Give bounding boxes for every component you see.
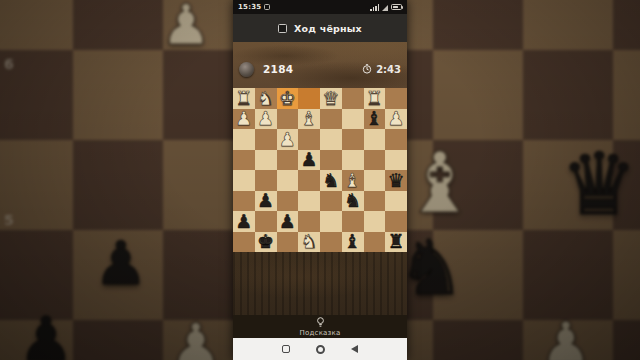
board-square-g3[interactable] <box>255 129 277 150</box>
board-square-c7[interactable] <box>342 211 364 232</box>
board-square-a3[interactable] <box>385 129 407 150</box>
board-square-h3[interactable] <box>233 129 255 150</box>
board-square-d3[interactable] <box>320 129 342 150</box>
board-square-h8[interactable] <box>233 232 255 253</box>
chess-app-window: 15:35 Ход чёрных 2184 <box>233 0 407 360</box>
board-square-c4[interactable] <box>342 150 364 171</box>
board-square-g7[interactable] <box>255 211 277 232</box>
board-square-e7[interactable] <box>298 211 320 232</box>
back-icon[interactable] <box>351 345 358 353</box>
status-bar: 15:35 <box>233 0 407 14</box>
board-square-d1[interactable]: ♛ <box>320 88 342 109</box>
clock-icon <box>362 64 372 74</box>
white-rook-piece: ♜ <box>235 89 252 108</box>
board-square-f4[interactable] <box>277 150 299 171</box>
board-square-e8[interactable]: ♞ <box>298 232 320 253</box>
black-queen-piece: ♛ <box>388 171 405 190</box>
turn-label: Ход чёрных <box>294 23 362 34</box>
board-square-g8[interactable]: ♚ <box>255 232 277 253</box>
board-square-b8[interactable] <box>364 232 386 253</box>
app-indicator-icon <box>264 4 270 10</box>
board-square-c6[interactable]: ♞ <box>342 191 364 212</box>
clock-time: 2:43 <box>376 64 401 75</box>
board-square-d8[interactable] <box>320 232 342 253</box>
board-square-f2[interactable] <box>277 109 299 130</box>
board-square-g5[interactable] <box>255 170 277 191</box>
player-row: 2184 2:43 <box>233 50 407 88</box>
board-square-b1[interactable]: ♜ <box>364 88 386 109</box>
avatar[interactable] <box>239 62 254 77</box>
white-king-piece: ♚ <box>279 89 296 108</box>
white-queen-piece: ♛ <box>322 89 339 108</box>
board-square-g4[interactable] <box>255 150 277 171</box>
board-square-g2[interactable]: ♟ <box>255 109 277 130</box>
board-square-f3[interactable]: ♟ <box>277 129 299 150</box>
black-knight-piece: ♞ <box>344 191 361 210</box>
board-square-e1[interactable] <box>298 88 320 109</box>
screenshot-stage: ♟♟♟♟♝♛♞♟ 65 15:35 Ход чёрных <box>0 0 640 360</box>
battery-icon <box>391 4 402 10</box>
board-square-e2[interactable]: ♝ <box>298 109 320 130</box>
board-square-h4[interactable] <box>233 150 255 171</box>
board-square-d2[interactable] <box>320 109 342 130</box>
board-square-c3[interactable] <box>342 129 364 150</box>
black-pawn-piece: ♟ <box>235 212 252 231</box>
board-square-f8[interactable] <box>277 232 299 253</box>
board-square-a1[interactable] <box>385 88 407 109</box>
board-square-f6[interactable] <box>277 191 299 212</box>
board-square-a6[interactable] <box>385 191 407 212</box>
board-square-c1[interactable] <box>342 88 364 109</box>
board-square-d4[interactable] <box>320 150 342 171</box>
board-square-e6[interactable] <box>298 191 320 212</box>
signal-bars-icon <box>370 4 379 11</box>
board-square-f5[interactable] <box>277 170 299 191</box>
hint-button[interactable]: Подсказка <box>233 315 407 338</box>
board-square-b2[interactable]: ♝ <box>364 109 386 130</box>
white-pawn-piece: ♟ <box>279 130 296 149</box>
board-square-e3[interactable] <box>298 129 320 150</box>
clock-group: 2:43 <box>362 64 401 75</box>
status-time: 15:35 <box>238 3 261 11</box>
board-square-f1[interactable]: ♚ <box>277 88 299 109</box>
board-square-h1[interactable]: ♜ <box>233 88 255 109</box>
black-king-piece: ♚ <box>257 232 274 251</box>
white-knight-piece: ♞ <box>301 232 318 251</box>
board-square-c2[interactable] <box>342 109 364 130</box>
chess-board: ♜♞♚♛♜♟♟♝♝♟♟♟♞♝♛♟♞♟♟♚♞♝♜ <box>233 88 407 252</box>
board-square-a4[interactable] <box>385 150 407 171</box>
board-square-a5[interactable]: ♛ <box>385 170 407 191</box>
white-pawn-piece: ♟ <box>235 109 252 128</box>
board-square-h5[interactable] <box>233 170 255 191</box>
board-square-g1[interactable]: ♞ <box>255 88 277 109</box>
board-square-b3[interactable] <box>364 129 386 150</box>
turn-checkbox[interactable] <box>278 24 287 33</box>
hint-label: Подсказка <box>300 329 341 337</box>
black-bishop-piece: ♝ <box>366 109 383 128</box>
white-knight-piece: ♞ <box>257 89 274 108</box>
board-square-d6[interactable] <box>320 191 342 212</box>
lamp-icon <box>316 317 325 328</box>
board-square-a8[interactable]: ♜ <box>385 232 407 253</box>
board-square-a2[interactable]: ♟ <box>385 109 407 130</box>
board-square-h7[interactable]: ♟ <box>233 211 255 232</box>
recents-icon[interactable] <box>282 345 290 353</box>
black-pawn-piece: ♟ <box>279 212 296 231</box>
turn-bar: Ход чёрных <box>233 14 407 42</box>
board-square-c5[interactable]: ♝ <box>342 170 364 191</box>
board-square-b7[interactable] <box>364 211 386 232</box>
white-bishop-piece: ♝ <box>344 171 361 190</box>
board-square-b6[interactable] <box>364 191 386 212</box>
board-square-b4[interactable] <box>364 150 386 171</box>
board-square-h6[interactable] <box>233 191 255 212</box>
board-square-h2[interactable]: ♟ <box>233 109 255 130</box>
board-square-b5[interactable] <box>364 170 386 191</box>
white-rook-piece: ♜ <box>366 89 383 108</box>
lower-wood-panel <box>233 252 407 315</box>
board-square-c8[interactable]: ♝ <box>342 232 364 253</box>
white-bishop-piece: ♝ <box>301 109 318 128</box>
black-pawn-piece: ♟ <box>301 150 318 169</box>
player-panel: 2184 2:43 <box>233 42 407 88</box>
android-nav-bar <box>233 338 407 360</box>
board-square-d5[interactable]: ♞ <box>320 170 342 191</box>
board-square-a7[interactable] <box>385 211 407 232</box>
network-wedge-icon <box>382 5 388 11</box>
white-pawn-piece: ♟ <box>388 109 405 128</box>
white-pawn-piece: ♟ <box>257 109 274 128</box>
black-rook-piece: ♜ <box>388 232 405 251</box>
board-square-d7[interactable] <box>320 211 342 232</box>
black-bishop-piece: ♝ <box>344 232 361 251</box>
home-icon[interactable] <box>316 345 325 354</box>
black-knight-piece: ♞ <box>322 171 339 190</box>
board-square-e5[interactable] <box>298 170 320 191</box>
black-pawn-piece: ♟ <box>257 191 274 210</box>
board-square-e4[interactable]: ♟ <box>298 150 320 171</box>
player-rating: 2184 <box>263 63 293 75</box>
board-square-f7[interactable]: ♟ <box>277 211 299 232</box>
board-square-g6[interactable]: ♟ <box>255 191 277 212</box>
